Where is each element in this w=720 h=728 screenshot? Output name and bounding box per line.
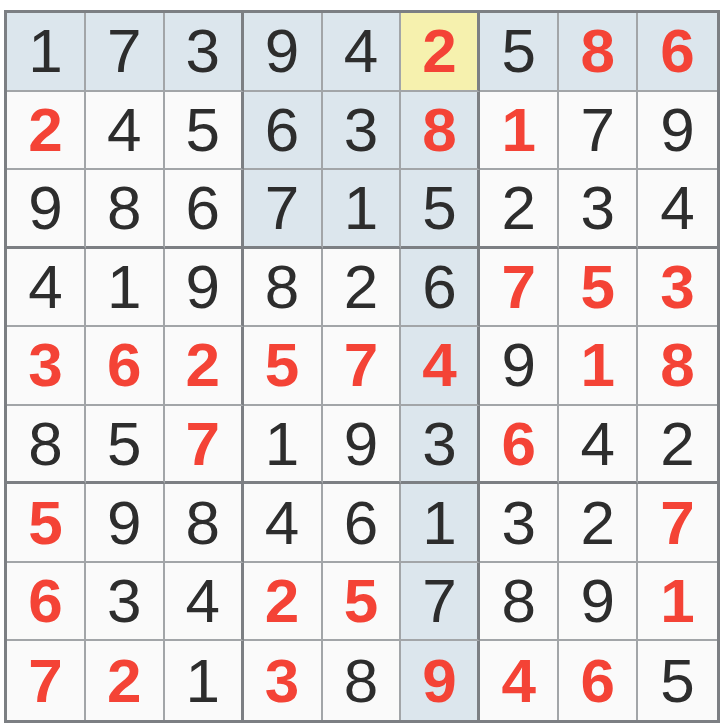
cell-r2c6[interactable]: 8 [401,92,480,171]
cell-digit: 3 [265,650,299,712]
cell-digit: 2 [107,650,141,712]
cell-digit: 7 [28,650,62,712]
cell-digit: 4 [580,413,614,475]
cell-r1c4[interactable]: 9 [244,13,323,92]
cell-r9c5[interactable]: 8 [323,641,402,720]
cell-digit: 2 [344,256,378,318]
cell-r3c4[interactable]: 7 [244,170,323,249]
cell-digit: 2 [502,177,536,239]
cell-digit: 7 [502,256,536,318]
cell-digit: 4 [422,334,456,396]
cell-digit: 2 [580,492,614,554]
cell-r4c8[interactable]: 5 [559,249,638,328]
cell-r2c5[interactable]: 3 [323,92,402,171]
cell-digit: 2 [185,334,219,396]
cell-digit: 8 [265,256,299,318]
cell-r4c9[interactable]: 3 [638,249,717,328]
cell-digit: 1 [580,334,614,396]
cell-r8c4[interactable]: 2 [244,563,323,642]
cell-r7c6[interactable]: 1 [401,484,480,563]
cell-r1c9[interactable]: 6 [638,13,717,92]
cell-r3c6[interactable]: 5 [401,170,480,249]
cell-digit: 7 [344,334,378,396]
cell-digit: 5 [344,570,378,632]
cell-r6c7[interactable]: 6 [480,406,559,485]
cell-digit: 6 [28,570,62,632]
cell-digit: 9 [107,492,141,554]
cell-digit: 1 [502,99,536,161]
cell-r3c9[interactable]: 4 [638,170,717,249]
cell-digit: 1 [344,177,378,239]
cell-r6c2[interactable]: 5 [86,406,165,485]
cell-digit: 8 [502,570,536,632]
cell-r2c4[interactable]: 6 [244,92,323,171]
cell-digit: 3 [422,413,456,475]
cell-r9c7[interactable]: 4 [480,641,559,720]
sudoku-board: 1739425862456381799867152344198267533625… [4,10,720,723]
cell-digit: 3 [580,177,614,239]
cell-r7c7[interactable]: 3 [480,484,559,563]
cell-r9c3[interactable]: 1 [165,641,244,720]
cell-digit: 5 [185,99,219,161]
cell-digit: 5 [502,20,536,82]
cell-digit: 1 [185,650,219,712]
cell-digit: 2 [28,99,62,161]
cell-digit: 6 [422,256,456,318]
cell-r7c4[interactable]: 4 [244,484,323,563]
cell-digit: 5 [265,334,299,396]
cell-digit: 7 [185,413,219,475]
cell-digit: 9 [344,413,378,475]
cell-r3c7[interactable]: 2 [480,170,559,249]
cell-r6c8[interactable]: 4 [559,406,638,485]
cell-r8c1[interactable]: 6 [7,563,86,642]
cell-r8c7[interactable]: 8 [480,563,559,642]
cell-digit: 1 [28,20,62,82]
cell-digit: 8 [28,413,62,475]
cell-digit: 8 [422,99,456,161]
cell-digit: 7 [107,20,141,82]
cell-r7c9[interactable]: 7 [638,484,717,563]
cell-digit: 7 [265,177,299,239]
cell-r2c3[interactable]: 5 [165,92,244,171]
cell-digit: 3 [344,99,378,161]
cell-digit: 1 [422,492,456,554]
cell-digit: 5 [422,177,456,239]
cell-r2c1[interactable]: 2 [7,92,86,171]
cell-r9c4[interactable]: 3 [244,641,323,720]
cell-r3c1[interactable]: 9 [7,170,86,249]
cell-digit: 1 [107,256,141,318]
cell-r8c2[interactable]: 3 [86,563,165,642]
cell-digit: 8 [107,177,141,239]
cell-r5c5[interactable]: 7 [323,327,402,406]
cell-digit: 9 [28,177,62,239]
cell-r8c8[interactable]: 9 [559,563,638,642]
cell-r9c6[interactable]: 9 [401,641,480,720]
cell-r5c2[interactable]: 6 [86,327,165,406]
cell-r1c3[interactable]: 3 [165,13,244,92]
cell-r4c1[interactable]: 4 [7,249,86,328]
cell-r6c3[interactable]: 7 [165,406,244,485]
cell-r8c9[interactable]: 1 [638,563,717,642]
cell-r6c9[interactable]: 2 [638,406,717,485]
cell-r6c6[interactable]: 3 [401,406,480,485]
cell-digit: 7 [422,570,456,632]
cell-digit: 2 [660,413,694,475]
cell-digit: 2 [422,20,456,82]
cell-r2c2[interactable]: 4 [86,92,165,171]
cell-digit: 9 [502,334,536,396]
cell-digit: 4 [185,570,219,632]
cell-r5c9[interactable]: 8 [638,327,717,406]
cell-r5c8[interactable]: 1 [559,327,638,406]
cell-r4c3[interactable]: 9 [165,249,244,328]
cell-r5c1[interactable]: 3 [7,327,86,406]
cell-r5c3[interactable]: 2 [165,327,244,406]
cell-r6c1[interactable]: 8 [7,406,86,485]
cell-r1c2[interactable]: 7 [86,13,165,92]
cell-digit: 3 [28,334,62,396]
cell-r8c3[interactable]: 4 [165,563,244,642]
cell-r3c3[interactable]: 6 [165,170,244,249]
cell-r2c9[interactable]: 9 [638,92,717,171]
cell-r7c2[interactable]: 9 [86,484,165,563]
cell-digit: 6 [185,177,219,239]
cell-digit: 4 [660,177,694,239]
cell-r6c5[interactable]: 9 [323,406,402,485]
cell-digit: 1 [660,570,694,632]
cell-digit: 7 [660,492,694,554]
cell-digit: 9 [580,570,614,632]
cell-digit: 4 [344,20,378,82]
cell-r4c4[interactable]: 8 [244,249,323,328]
cell-digit: 6 [580,650,614,712]
cell-digit: 9 [185,256,219,318]
cell-r1c1[interactable]: 1 [7,13,86,92]
cell-r9c8[interactable]: 6 [559,641,638,720]
cell-digit: 4 [28,256,62,318]
cell-digit: 4 [107,99,141,161]
cell-digit: 4 [502,650,536,712]
cell-digit: 5 [107,413,141,475]
cell-digit: 8 [185,492,219,554]
cell-digit: 9 [422,650,456,712]
cell-r8c6[interactable]: 7 [401,563,480,642]
cell-r4c5[interactable]: 2 [323,249,402,328]
cell-digit: 6 [502,413,536,475]
cell-digit: 1 [265,413,299,475]
cell-digit: 7 [580,99,614,161]
cell-digit: 5 [28,492,62,554]
cell-digit: 8 [344,650,378,712]
cell-r7c3[interactable]: 8 [165,484,244,563]
cell-r2c8[interactable]: 7 [559,92,638,171]
cell-digit: 5 [580,256,614,318]
cell-digit: 8 [580,20,614,82]
cell-digit: 9 [660,99,694,161]
cell-digit: 3 [185,20,219,82]
cell-r7c5[interactable]: 6 [323,484,402,563]
cell-r1c5[interactable]: 4 [323,13,402,92]
cell-r3c5[interactable]: 1 [323,170,402,249]
cell-digit: 4 [265,492,299,554]
cell-r9c1[interactable]: 7 [7,641,86,720]
cell-r7c8[interactable]: 2 [559,484,638,563]
cell-r9c9[interactable]: 5 [638,641,717,720]
cell-r8c5[interactable]: 5 [323,563,402,642]
cell-digit: 6 [660,20,694,82]
cell-r2c7[interactable]: 1 [480,92,559,171]
cell-r5c6[interactable]: 4 [401,327,480,406]
cell-r7c1[interactable]: 5 [7,484,86,563]
cell-digit: 8 [660,334,694,396]
cell-r1c6[interactable]: 2 [401,13,480,92]
cell-r1c7[interactable]: 5 [480,13,559,92]
cell-r4c7[interactable]: 7 [480,249,559,328]
cell-r5c4[interactable]: 5 [244,327,323,406]
cell-r3c8[interactable]: 3 [559,170,638,249]
cell-r3c2[interactable]: 8 [86,170,165,249]
cell-digit: 3 [660,256,694,318]
cell-digit: 6 [344,492,378,554]
cell-r5c7[interactable]: 9 [480,327,559,406]
cell-digit: 9 [265,20,299,82]
cell-r6c4[interactable]: 1 [244,406,323,485]
cell-digit: 6 [107,334,141,396]
cell-digit: 6 [265,99,299,161]
cell-r4c6[interactable]: 6 [401,249,480,328]
cell-r9c2[interactable]: 2 [86,641,165,720]
cell-digit: 2 [265,570,299,632]
cell-r4c2[interactable]: 1 [86,249,165,328]
cell-digit: 3 [107,570,141,632]
cell-digit: 3 [502,492,536,554]
cell-r1c8[interactable]: 8 [559,13,638,92]
cell-digit: 5 [660,650,694,712]
